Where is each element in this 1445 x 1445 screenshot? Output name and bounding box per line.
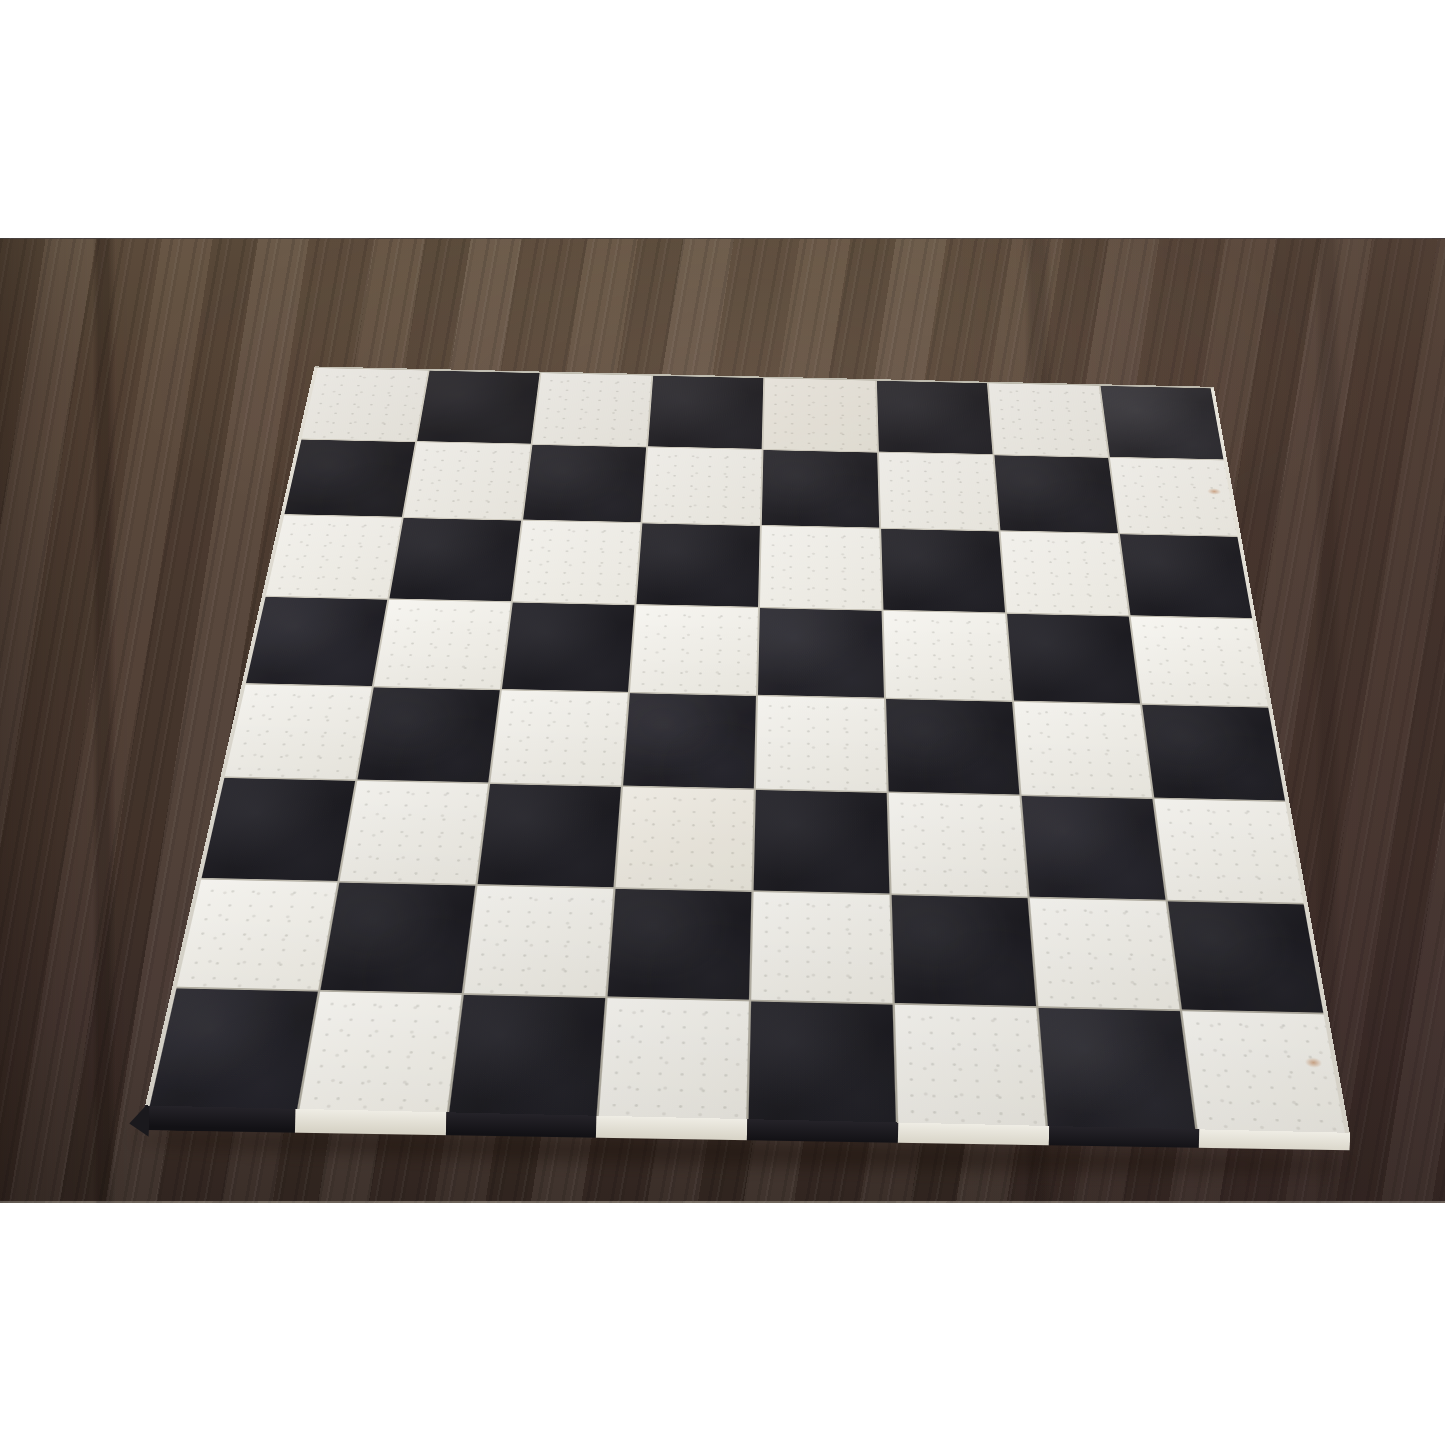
board-square [266, 515, 402, 598]
board-square [754, 790, 890, 893]
board-square [762, 450, 879, 528]
board-square [630, 605, 758, 694]
board-square [895, 1005, 1046, 1126]
board-square [1039, 1008, 1196, 1129]
board-square [523, 445, 646, 523]
board-square [150, 989, 318, 1109]
board-square [417, 371, 539, 444]
board-square [1101, 386, 1224, 459]
board-square [1154, 799, 1303, 902]
board-square [1022, 796, 1166, 899]
board-square [636, 524, 759, 607]
board-square [760, 526, 882, 609]
board-square [202, 778, 355, 881]
board-square [449, 995, 605, 1115]
board-square [881, 529, 1005, 612]
board-left-edge-sliver [127, 1100, 150, 1138]
board-square [1142, 705, 1285, 801]
board-square [1014, 702, 1152, 798]
board-square [404, 442, 531, 520]
board-square [1007, 614, 1140, 703]
board-square [756, 696, 887, 792]
board-square [284, 439, 415, 517]
board-grid [145, 366, 1350, 1132]
board-square [1110, 458, 1237, 536]
board-square [246, 597, 387, 686]
board-edge-face [144, 1104, 295, 1133]
board-square [889, 793, 1028, 896]
board-square [374, 600, 511, 689]
board-square [1001, 532, 1129, 615]
board-square [642, 447, 761, 525]
board-square [340, 781, 488, 884]
board-square [763, 378, 877, 451]
board-edge-face [295, 1108, 446, 1137]
board-square [883, 611, 1011, 700]
board-square [1182, 1012, 1345, 1133]
board-edge-face [1199, 1128, 1350, 1157]
board-square [464, 886, 613, 997]
board-square [623, 693, 756, 789]
board-square [877, 381, 993, 454]
board-square [616, 787, 754, 890]
board-square [758, 608, 884, 697]
board-square [886, 699, 1019, 795]
board-square [599, 999, 749, 1120]
chess-board [0, 0, 1445, 1445]
board-square [302, 368, 428, 441]
board-square [1168, 901, 1324, 1013]
board-square [299, 992, 461, 1112]
board-square [1131, 616, 1268, 705]
board-square [478, 784, 621, 887]
board-square [892, 895, 1036, 1007]
board-square [502, 602, 634, 691]
board-square [177, 879, 337, 990]
board-square [751, 892, 892, 1003]
board-square [320, 882, 475, 993]
board-square [513, 521, 641, 604]
board-square [879, 452, 999, 530]
board-square [749, 1002, 896, 1123]
product-photo-canvas [0, 0, 1445, 1445]
board-square [608, 889, 752, 1000]
board-square [533, 373, 652, 446]
board-square [490, 690, 628, 786]
board-square [994, 455, 1117, 533]
board-square [648, 376, 763, 449]
board-square [357, 687, 499, 782]
board-square [1120, 534, 1252, 618]
board-edge-face [1048, 1125, 1199, 1154]
board-square [989, 383, 1108, 456]
board-square [225, 684, 372, 779]
board-square [1030, 898, 1180, 1010]
board-square [389, 518, 521, 601]
